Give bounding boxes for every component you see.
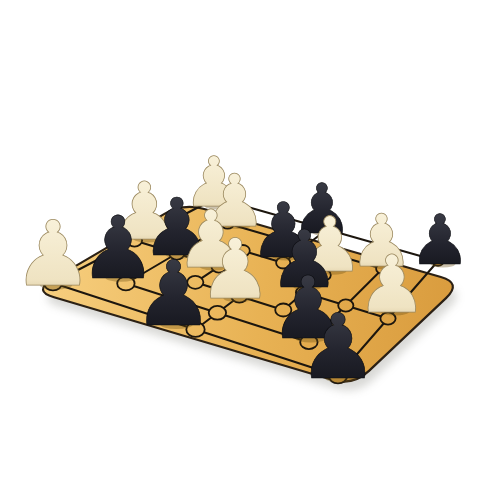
pawn-black-g1: ♟ xyxy=(298,294,379,399)
product-photo: ♟♟♟♟♟♟♟♟♟♟♟♟♟♟♟♟♟♟ xyxy=(0,0,500,500)
morris-board-scene: ♟♟♟♟♟♟♟♟♟♟♟♟♟♟♟♟♟♟ xyxy=(0,0,500,500)
pawn-white-a1: ♟ xyxy=(13,201,94,306)
pawn-black-d1: ♟ xyxy=(133,241,214,346)
